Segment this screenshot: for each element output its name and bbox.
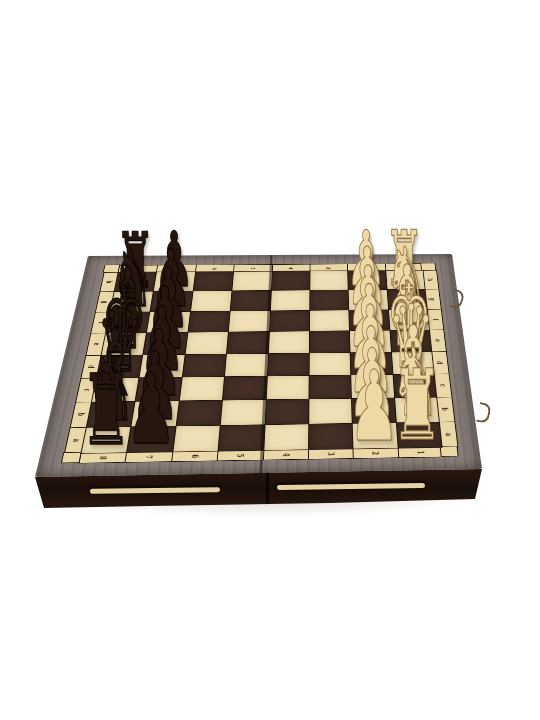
square-d5 [225,354,267,377]
square-b3 [309,399,352,424]
square-g6 [191,291,232,311]
rank-label-text: 3 [325,267,333,269]
square-d4 [267,353,308,376]
rank-label: 8 [80,452,127,462]
file-label-text: a [71,439,81,442]
file-label-text: c [82,389,92,392]
square-b5 [221,400,265,425]
square-d6 [183,354,227,377]
square-a5 [219,425,265,451]
square-g7 [151,291,193,311]
square-h5 [232,271,271,290]
square-e4 [268,331,309,353]
square-f3 [310,310,349,331]
square-b2 [352,398,395,423]
file-label-text: a [443,433,453,436]
file-label-text: b [441,408,450,411]
square-f7 [147,312,190,333]
square-d3 [309,353,350,376]
square-g2 [349,290,388,310]
rank-label-text: 1 [416,450,426,454]
rank-label-text: 8 [98,456,108,460]
square-a6 [173,425,220,451]
square-e8 [102,333,147,355]
square-b6 [176,401,222,426]
file-label-text: h [105,281,114,284]
rank-label: 1 [398,447,442,457]
strip-corner [61,452,82,463]
square-h3 [310,271,348,290]
rank-label: 6 [172,451,218,461]
rank-label-text: 2 [371,451,381,455]
square-h4 [271,271,309,290]
square-d1 [392,352,434,374]
rank-label-text: 6 [211,267,219,269]
square-f4 [269,311,309,332]
rank-label-text: 4 [281,453,291,457]
rank-label: 3 [309,449,353,459]
square-g5 [231,291,271,311]
square-f5 [229,311,270,332]
square-h8 [115,272,157,291]
square-d2 [351,352,393,375]
rank-label-text: 7 [144,455,154,459]
square-e1 [390,330,431,352]
square-e7 [144,333,188,355]
square-f1 [389,309,429,330]
file-label-text: g [101,300,110,303]
file-label-text: e [92,343,101,346]
square-c4 [266,376,308,400]
square-b8 [87,402,135,427]
square-c3 [309,375,351,399]
file-label-text: f [96,322,105,324]
side-notch-left [90,487,220,494]
square-b4 [265,399,308,424]
square-a4 [264,424,308,450]
square-d7 [140,354,185,377]
file-label-text: c [438,384,447,387]
square-e2 [350,331,391,353]
square-h2 [348,271,386,290]
square-g4 [270,290,309,310]
square-g1 [387,290,427,310]
square-c6 [180,377,225,401]
square-c5 [223,376,266,400]
clasp-hook-icon [476,402,492,424]
square-h6 [193,272,233,291]
square-a3 [309,423,353,449]
file-label-text: d [435,361,444,364]
file-label-text: b [76,413,86,416]
square-b7 [132,401,179,426]
file-label-text: g [428,298,436,301]
square-a1 [396,422,441,448]
square-h1 [386,271,425,290]
square-c7 [136,377,182,401]
square-a2 [353,423,397,449]
rank-label-text: 3 [326,452,336,456]
rank-label-text: 6 [190,454,200,458]
square-g8 [110,292,153,312]
square-h7 [154,272,195,291]
rank-label-text: 5 [249,267,257,269]
square-d8 [97,355,143,378]
square-c1 [393,374,436,398]
square-f2 [349,310,389,331]
rank-label: 5 [218,450,263,460]
square-a8 [81,427,130,453]
square-a7 [127,426,175,452]
square-b1 [395,398,439,423]
file-label-text: h [426,278,434,281]
rank-label-text: 4 [287,267,295,269]
rank-label-text: 7 [172,268,180,270]
rank-label: 4 [263,449,308,459]
square-f8 [106,312,150,333]
rank-label-text: 8 [134,268,143,270]
rank-label-text: 1 [400,266,408,268]
square-c2 [351,375,393,399]
side-notch-right [277,483,425,490]
file-label-text: f [431,319,439,321]
square-e5 [227,332,269,354]
chess-board: 87654321 87654321 hgfedcba hgfedcba [35,254,482,477]
square-e3 [310,331,350,353]
rank-label: 7 [126,452,172,462]
rank-label-text: 5 [236,453,246,457]
chess-set-photo: 87654321 87654321 hgfedcba hgfedcba ♜♞♝♛… [0,0,540,720]
rank-label-text: 2 [363,266,371,268]
rank-label: 2 [354,448,398,458]
square-g3 [310,290,349,310]
file-label-text: d [87,365,97,368]
square-f6 [188,311,230,332]
square-c8 [92,378,139,402]
square-e6 [185,332,228,354]
file-label-text: e [433,339,442,342]
